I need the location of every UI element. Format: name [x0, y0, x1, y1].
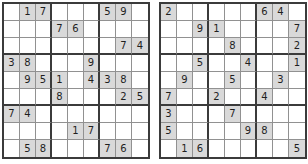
empty-cell-r8c8[interactable]	[116, 123, 132, 140]
empty-cell-r7c7[interactable]	[100, 106, 116, 123]
given-cell-r9c2: 5	[20, 140, 36, 157]
empty-cell-r6c1[interactable]	[4, 89, 20, 106]
empty-cell-r2c8[interactable]	[273, 21, 289, 38]
given-cell-r5c6: 4	[84, 72, 100, 89]
given-cell-r1c2: 1	[20, 4, 36, 21]
empty-cell-r6c2[interactable]	[20, 89, 36, 106]
empty-cell-r5c1[interactable]	[161, 72, 177, 89]
empty-cell-r6c3[interactable]	[36, 89, 52, 106]
empty-cell-r5c3[interactable]	[193, 72, 209, 89]
empty-cell-r8c4[interactable]	[52, 123, 68, 140]
empty-cell-r4c4[interactable]	[209, 55, 225, 72]
empty-cell-r2c1[interactable]	[161, 21, 177, 38]
empty-cell-r8c3[interactable]	[36, 123, 52, 140]
empty-cell-r1c9[interactable]	[132, 4, 148, 21]
sudoku-board-right: 2649178254195372437598165	[159, 2, 307, 159]
empty-cell-r9c7[interactable]	[257, 140, 273, 157]
given-cell-r4c2: 8	[20, 55, 36, 72]
given-cell-r9c3: 8	[36, 140, 52, 157]
given-cell-r9c8: 6	[116, 140, 132, 157]
empty-cell-r4c8[interactable]	[116, 55, 132, 72]
empty-cell-r9c6[interactable]	[241, 140, 257, 157]
empty-cell-r7c7[interactable]	[257, 106, 273, 123]
given-cell-r1c1: 2	[161, 4, 177, 21]
empty-cell-r9c4[interactable]	[52, 140, 68, 157]
given-cell-r5c7: 3	[100, 72, 116, 89]
empty-cell-r2c3[interactable]	[36, 21, 52, 38]
empty-cell-r3c6[interactable]	[84, 38, 100, 55]
given-cell-r4c3: 5	[193, 55, 209, 72]
empty-cell-r9c5[interactable]	[225, 140, 241, 157]
empty-cell-r9c5[interactable]	[68, 140, 84, 157]
empty-cell-r7c3[interactable]	[36, 106, 52, 123]
empty-cell-r4c5[interactable]	[225, 55, 241, 72]
empty-cell-r9c1[interactable]	[161, 140, 177, 157]
given-cell-r4c9: 1	[289, 55, 305, 72]
empty-cell-r1c4[interactable]	[209, 4, 225, 21]
empty-cell-r9c6[interactable]	[84, 140, 100, 157]
given-cell-r7c1: 3	[161, 106, 177, 123]
empty-cell-r3c8[interactable]	[273, 38, 289, 55]
given-cell-r2c4: 7	[52, 21, 68, 38]
sudoku-page: 1759767438995143882574175876 26491782541…	[0, 0, 308, 159]
empty-cell-r4c9[interactable]	[132, 55, 148, 72]
given-cell-r8c1: 5	[161, 123, 177, 140]
empty-cell-r4c2[interactable]	[177, 55, 193, 72]
given-cell-r5c2: 9	[177, 72, 193, 89]
empty-cell-r1c6[interactable]	[241, 4, 257, 21]
empty-cell-r4c7[interactable]	[100, 55, 116, 72]
empty-cell-r5c4[interactable]	[209, 72, 225, 89]
given-cell-r3c8: 7	[116, 38, 132, 55]
empty-cell-r8c5[interactable]	[225, 123, 241, 140]
empty-cell-r1c9[interactable]	[289, 4, 305, 21]
empty-cell-r3c3[interactable]	[36, 38, 52, 55]
empty-cell-r1c5[interactable]	[225, 4, 241, 21]
given-cell-r2c5: 6	[68, 21, 84, 38]
empty-cell-r2c2[interactable]	[20, 21, 36, 38]
empty-cell-r7c4[interactable]	[52, 106, 68, 123]
empty-cell-r7c8[interactable]	[116, 106, 132, 123]
given-cell-r8c6: 9	[241, 123, 257, 140]
empty-cell-r9c1[interactable]	[4, 140, 20, 157]
empty-cell-r7c8[interactable]	[273, 106, 289, 123]
empty-cell-r8c1[interactable]	[4, 123, 20, 140]
empty-cell-r7c2[interactable]	[177, 106, 193, 123]
empty-cell-r1c5[interactable]	[68, 4, 84, 21]
empty-cell-r8c9[interactable]	[132, 123, 148, 140]
given-cell-r5c5: 5	[225, 72, 241, 89]
given-cell-r5c8: 3	[273, 72, 289, 89]
given-cell-r1c8: 9	[116, 4, 132, 21]
empty-cell-r3c1[interactable]	[161, 38, 177, 55]
empty-cell-r4c3[interactable]	[36, 55, 52, 72]
given-cell-r4c6: 4	[241, 55, 257, 72]
empty-cell-r8c3[interactable]	[193, 123, 209, 140]
empty-cell-r4c8[interactable]	[273, 55, 289, 72]
empty-cell-r9c8[interactable]	[273, 140, 289, 157]
empty-cell-r2c6[interactable]	[241, 21, 257, 38]
empty-cell-r5c6[interactable]	[241, 72, 257, 89]
given-cell-r6c4: 8	[52, 89, 68, 106]
sudoku-board-left: 1759767438995143882574175876	[2, 2, 150, 159]
empty-cell-r3c5[interactable]	[68, 38, 84, 55]
empty-cell-r2c6[interactable]	[84, 21, 100, 38]
given-cell-r3c9: 2	[289, 38, 305, 55]
empty-cell-r8c7[interactable]	[100, 123, 116, 140]
given-cell-r8c6: 7	[84, 123, 100, 140]
empty-cell-r2c7[interactable]	[257, 21, 273, 38]
empty-cell-r6c3[interactable]	[193, 89, 209, 106]
empty-cell-r2c9[interactable]	[132, 21, 148, 38]
given-cell-r9c9: 5	[289, 140, 305, 157]
empty-cell-r6c6[interactable]	[84, 89, 100, 106]
given-cell-r2c3: 9	[193, 21, 209, 38]
empty-cell-r2c1[interactable]	[4, 21, 20, 38]
empty-cell-r5c7[interactable]	[257, 72, 273, 89]
empty-cell-r5c5[interactable]	[68, 72, 84, 89]
empty-cell-r3c3[interactable]	[193, 38, 209, 55]
given-cell-r3c9: 4	[132, 38, 148, 55]
empty-cell-r6c7[interactable]	[100, 89, 116, 106]
given-cell-r1c7: 5	[100, 4, 116, 21]
empty-cell-r4c4[interactable]	[52, 55, 68, 72]
empty-cell-r6c5[interactable]	[68, 89, 84, 106]
empty-cell-r3c7[interactable]	[257, 38, 273, 55]
empty-cell-r7c4[interactable]	[209, 106, 225, 123]
empty-cell-r7c6[interactable]	[241, 106, 257, 123]
empty-cell-r3c6[interactable]	[241, 38, 257, 55]
given-cell-r1c7: 6	[257, 4, 273, 21]
empty-cell-r8c2[interactable]	[20, 123, 36, 140]
empty-cell-r3c7[interactable]	[100, 38, 116, 55]
given-cell-r1c3: 7	[36, 4, 52, 21]
empty-cell-r3c2[interactable]	[20, 38, 36, 55]
empty-cell-r3c4[interactable]	[209, 38, 225, 55]
given-cell-r9c3: 6	[193, 140, 209, 157]
given-cell-r6c4: 2	[209, 89, 225, 106]
empty-cell-r4c1[interactable]	[161, 55, 177, 72]
given-cell-r6c8: 2	[116, 89, 132, 106]
given-cell-r1c8: 4	[273, 4, 289, 21]
empty-cell-r3c1[interactable]	[4, 38, 20, 55]
empty-cell-r2c2[interactable]	[177, 21, 193, 38]
empty-cell-r1c1[interactable]	[4, 4, 20, 21]
given-cell-r7c1: 7	[4, 106, 20, 123]
given-cell-r9c2: 1	[177, 140, 193, 157]
empty-cell-r7c9[interactable]	[289, 106, 305, 123]
empty-cell-r6c2[interactable]	[177, 89, 193, 106]
empty-cell-r8c9[interactable]	[289, 123, 305, 140]
empty-cell-r3c2[interactable]	[177, 38, 193, 55]
given-cell-r9c7: 7	[100, 140, 116, 157]
given-cell-r5c3: 5	[36, 72, 52, 89]
given-cell-r2c9: 7	[289, 21, 305, 38]
empty-cell-r8c4[interactable]	[209, 123, 225, 140]
empty-cell-r3c4[interactable]	[52, 38, 68, 55]
empty-cell-r4c5[interactable]	[68, 55, 84, 72]
given-cell-r8c7: 8	[257, 123, 273, 140]
empty-cell-r6c6[interactable]	[241, 89, 257, 106]
empty-cell-r5c9[interactable]	[289, 72, 305, 89]
empty-cell-r7c6[interactable]	[84, 106, 100, 123]
empty-cell-r2c8[interactable]	[116, 21, 132, 38]
given-cell-r3c5: 8	[225, 38, 241, 55]
empty-cell-r7c5[interactable]	[68, 106, 84, 123]
given-cell-r5c8: 8	[116, 72, 132, 89]
empty-cell-r4c7[interactable]	[257, 55, 273, 72]
given-cell-r2c4: 1	[209, 21, 225, 38]
empty-cell-r6c8[interactable]	[273, 89, 289, 106]
empty-cell-r6c5[interactable]	[225, 89, 241, 106]
given-cell-r5c2: 9	[20, 72, 36, 89]
empty-cell-r9c9[interactable]	[132, 140, 148, 157]
given-cell-r7c2: 4	[20, 106, 36, 123]
empty-cell-r1c3[interactable]	[193, 4, 209, 21]
empty-cell-r2c7[interactable]	[100, 21, 116, 38]
empty-cell-r6c9[interactable]	[289, 89, 305, 106]
given-cell-r4c1: 3	[4, 55, 20, 72]
given-cell-r6c7: 4	[257, 89, 273, 106]
empty-cell-r1c2[interactable]	[177, 4, 193, 21]
empty-cell-r9c4[interactable]	[209, 140, 225, 157]
empty-cell-r1c4[interactable]	[52, 4, 68, 21]
empty-cell-r5c1[interactable]	[4, 72, 20, 89]
empty-cell-r2c5[interactable]	[225, 21, 241, 38]
empty-cell-r5c9[interactable]	[132, 72, 148, 89]
empty-cell-r8c8[interactable]	[273, 123, 289, 140]
empty-cell-r8c2[interactable]	[177, 123, 193, 140]
empty-cell-r7c9[interactable]	[132, 106, 148, 123]
empty-cell-r1c6[interactable]	[84, 4, 100, 21]
given-cell-r8c5: 1	[68, 123, 84, 140]
given-cell-r4c6: 9	[84, 55, 100, 72]
given-cell-r6c1: 7	[161, 89, 177, 106]
given-cell-r6c9: 5	[132, 89, 148, 106]
given-cell-r5c4: 1	[52, 72, 68, 89]
given-cell-r7c5: 7	[225, 106, 241, 123]
empty-cell-r7c3[interactable]	[193, 106, 209, 123]
